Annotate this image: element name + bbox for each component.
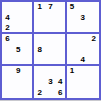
cell-r8c4[interactable] [34,77,45,88]
cell-r4c4[interactable] [34,34,45,45]
cell-r7c9[interactable] [88,66,99,77]
cell-r5c4: 8 [34,45,45,56]
cell-r3c2[interactable] [13,23,24,34]
cell-r5c2: 5 [13,45,24,56]
cell-r8c6: 4 [56,77,67,88]
cell-r2c8: 3 [77,13,88,24]
cell-r2c4[interactable] [34,13,45,24]
cell-r5c7[interactable] [67,45,78,56]
cell-r7c1[interactable] [2,66,13,77]
cell-r9c8[interactable] [77,87,88,98]
cell-r6c3[interactable] [24,55,35,66]
cell-r9c6: 6 [56,87,67,98]
cell-r3c6[interactable] [56,23,67,34]
cell-r9c3[interactable] [24,87,35,98]
cell-r6c1[interactable] [2,55,13,66]
cell-r4c3[interactable] [24,34,35,45]
cell-r1c4: 1 [34,2,45,13]
cell-r5c9[interactable] [88,45,99,56]
cell-r4c8[interactable] [77,34,88,45]
cell-r1c9[interactable] [88,2,99,13]
cell-r1c6[interactable] [56,2,67,13]
cell-r9c5[interactable] [45,87,56,98]
cell-r3c3[interactable] [24,23,35,34]
cell-r8c7[interactable] [67,77,78,88]
cell-r8c2[interactable] [13,77,24,88]
cell-r6c2[interactable] [13,55,24,66]
cell-r2c9[interactable] [88,13,99,24]
cell-r3c7[interactable] [67,23,78,34]
cell-r9c9[interactable] [88,87,99,98]
cell-r3c9[interactable] [88,23,99,34]
cell-r6c4[interactable] [34,55,45,66]
cell-r3c8[interactable] [77,23,88,34]
cell-r4c9: 2 [88,34,99,45]
cell-r5c8[interactable] [77,45,88,56]
cell-r6c6[interactable] [56,55,67,66]
cell-r9c1[interactable] [2,87,13,98]
cell-r9c7[interactable] [67,87,78,98]
cell-r1c5: 7 [45,2,56,13]
cell-r4c6[interactable] [56,34,67,45]
cell-r8c9[interactable] [88,77,99,88]
cell-r7c7: 1 [67,66,78,77]
cell-r5c5[interactable] [45,45,56,56]
cell-r2c1: 4 [2,13,13,24]
cell-r4c1: 6 [2,34,13,45]
cell-r2c6[interactable] [56,13,67,24]
cell-r7c5[interactable] [45,66,56,77]
sudoku-board: 17543262584913426 [0,0,101,100]
cell-r4c2[interactable] [13,34,24,45]
cell-r2c2[interactable] [13,13,24,24]
cell-r3c4[interactable] [34,23,45,34]
cell-r8c8[interactable] [77,77,88,88]
cell-r6c8: 4 [77,55,88,66]
cell-r1c8[interactable] [77,2,88,13]
cell-r6c9[interactable] [88,55,99,66]
cell-r2c3[interactable] [24,13,35,24]
cell-r7c3[interactable] [24,66,35,77]
cell-r7c2: 9 [13,66,24,77]
cell-r5c3[interactable] [24,45,35,56]
cell-r1c1[interactable] [2,2,13,13]
cell-r7c8[interactable] [77,66,88,77]
cell-r4c7[interactable] [67,34,78,45]
cell-r2c5[interactable] [45,13,56,24]
cell-r5c1[interactable] [2,45,13,56]
cell-r8c3[interactable] [24,77,35,88]
cell-r1c7: 5 [67,2,78,13]
cell-r6c5[interactable] [45,55,56,66]
cell-r9c2[interactable] [13,87,24,98]
cell-r8c5: 3 [45,77,56,88]
cell-r9c4: 2 [34,87,45,98]
cell-r3c5[interactable] [45,23,56,34]
cell-r8c1[interactable] [2,77,13,88]
cell-r5c6[interactable] [56,45,67,56]
cell-r1c2[interactable] [13,2,24,13]
cell-r7c6[interactable] [56,66,67,77]
cell-r3c1: 2 [2,23,13,34]
cell-r2c7[interactable] [67,13,78,24]
cell-r6c7[interactable] [67,55,78,66]
cell-r7c4[interactable] [34,66,45,77]
cell-r1c3[interactable] [24,2,35,13]
cell-r4c5[interactable] [45,34,56,45]
